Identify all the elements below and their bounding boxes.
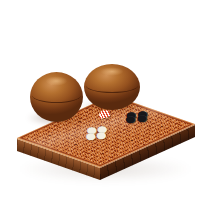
go-set-product-photo: ●●●●●●●● <box>0 0 210 210</box>
black-go-stone: ● <box>125 114 135 123</box>
stones-layer: ●●●●●●●● <box>0 0 210 210</box>
white-go-stone: ● <box>96 130 106 139</box>
white-go-stone: ● <box>86 131 96 140</box>
black-go-stone: ● <box>137 113 147 122</box>
